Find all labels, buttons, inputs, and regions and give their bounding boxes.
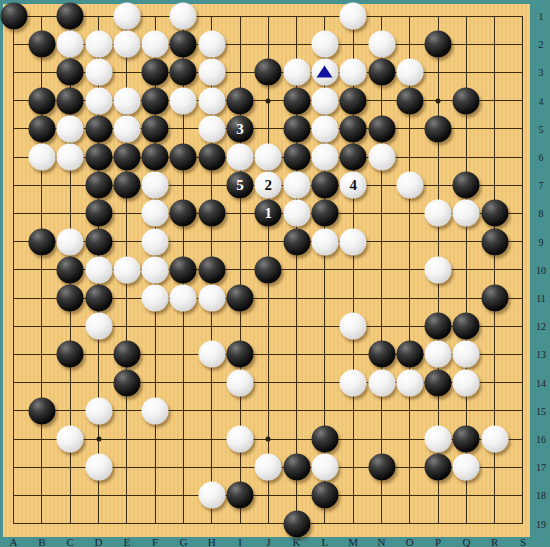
black-stone-O4[interactable] [396, 87, 423, 114]
black-stone-K5[interactable] [283, 115, 310, 142]
row-label-3: 3 [539, 67, 544, 78]
black-stone-J10[interactable] [255, 256, 282, 283]
white-stone-P8[interactable] [425, 200, 452, 227]
black-stone-G3[interactable] [170, 59, 197, 86]
black-stone-O13[interactable] [396, 341, 423, 368]
white-stone-M3[interactable] [340, 59, 367, 86]
white-stone-L9[interactable] [311, 228, 338, 255]
column-label-O: O [406, 536, 414, 547]
row-label-14: 14 [536, 377, 546, 388]
black-stone-I11[interactable] [227, 285, 254, 312]
black-stone-A1[interactable] [0, 3, 27, 30]
black-stone-I5[interactable]: 3 [227, 115, 254, 142]
black-stone-H6[interactable] [198, 144, 225, 171]
black-stone-N3[interactable] [368, 59, 395, 86]
black-stone-M6[interactable] [340, 144, 367, 171]
white-stone-N6[interactable] [368, 144, 395, 171]
white-stone-F2[interactable] [142, 31, 169, 58]
black-stone-B2[interactable] [28, 31, 55, 58]
black-stone-B9[interactable] [28, 228, 55, 255]
black-stone-P17[interactable] [425, 454, 452, 481]
black-stone-E6[interactable] [113, 144, 140, 171]
black-stone-K6[interactable] [283, 144, 310, 171]
black-stone-C3[interactable] [57, 59, 84, 86]
row-label-13: 13 [536, 349, 546, 360]
white-stone-H13[interactable] [198, 341, 225, 368]
black-stone-Q12[interactable] [453, 313, 480, 340]
column-label-D: D [95, 536, 103, 547]
black-stone-P14[interactable] [425, 369, 452, 396]
white-stone-G4[interactable] [170, 87, 197, 114]
move-number-3: 3 [236, 121, 244, 136]
white-stone-E1[interactable] [113, 3, 140, 30]
black-stone-D9[interactable] [85, 228, 112, 255]
white-stone-I6[interactable] [227, 144, 254, 171]
black-stone-Q4[interactable] [453, 87, 480, 114]
black-stone-E14[interactable] [113, 369, 140, 396]
white-stone-P13[interactable] [425, 341, 452, 368]
column-label-N: N [378, 536, 386, 547]
black-stone-B4[interactable] [28, 87, 55, 114]
column-label-L: L [322, 536, 329, 547]
black-stone-F5[interactable] [142, 115, 169, 142]
white-stone-K8[interactable] [283, 200, 310, 227]
column-label-S: S [520, 536, 526, 547]
star-point [266, 437, 271, 442]
black-stone-C10[interactable] [57, 256, 84, 283]
white-stone-K7[interactable] [283, 172, 310, 199]
row-label-2: 2 [539, 39, 544, 50]
move-number-4: 4 [349, 178, 357, 193]
black-stone-E7[interactable] [113, 172, 140, 199]
white-stone-R16[interactable] [481, 426, 508, 453]
row-label-4: 4 [539, 95, 544, 106]
black-stone-C1[interactable] [57, 3, 84, 30]
white-stone-L2[interactable] [311, 31, 338, 58]
white-stone-K3[interactable] [283, 59, 310, 86]
black-stone-D5[interactable] [85, 115, 112, 142]
black-stone-K19[interactable] [283, 510, 310, 537]
black-stone-L8[interactable] [311, 200, 338, 227]
black-stone-D7[interactable] [85, 172, 112, 199]
black-stone-Q16[interactable] [453, 426, 480, 453]
black-stone-I7[interactable]: 5 [227, 172, 254, 199]
white-stone-M9[interactable] [340, 228, 367, 255]
column-label-Q: Q [462, 536, 470, 547]
white-stone-E5[interactable] [113, 115, 140, 142]
white-stone-M12[interactable] [340, 313, 367, 340]
white-stone-L4[interactable] [311, 87, 338, 114]
triangle-marker-icon [317, 65, 333, 77]
row-label-15: 15 [536, 405, 546, 416]
column-label-E: E [123, 536, 130, 547]
white-stone-M1[interactable] [340, 3, 367, 30]
black-stone-K17[interactable] [283, 454, 310, 481]
column-label-P: P [435, 536, 441, 547]
black-stone-B15[interactable] [28, 397, 55, 424]
white-stone-D15[interactable] [85, 397, 112, 424]
white-stone-E2[interactable] [113, 31, 140, 58]
row-label-9: 9 [539, 236, 544, 247]
white-stone-C5[interactable] [57, 115, 84, 142]
black-stone-I13[interactable] [227, 341, 254, 368]
column-label-R: R [491, 536, 498, 547]
column-label-I: I [238, 536, 242, 547]
black-stone-M5[interactable] [340, 115, 367, 142]
black-stone-H10[interactable] [198, 256, 225, 283]
white-stone-J17[interactable] [255, 454, 282, 481]
white-stone-D12[interactable] [85, 313, 112, 340]
white-stone-J6[interactable] [255, 144, 282, 171]
white-stone-H18[interactable] [198, 482, 225, 509]
column-label-C: C [67, 536, 74, 547]
move-number-2: 2 [265, 178, 273, 193]
white-stone-D4[interactable] [85, 87, 112, 114]
white-stone-I16[interactable] [227, 426, 254, 453]
white-stone-C2[interactable] [57, 31, 84, 58]
white-stone-O3[interactable] [396, 59, 423, 86]
black-stone-B5[interactable] [28, 115, 55, 142]
white-stone-F11[interactable] [142, 285, 169, 312]
white-stone-G1[interactable] [170, 3, 197, 30]
column-label-J: J [266, 536, 270, 547]
column-label-H: H [208, 536, 216, 547]
black-stone-G6[interactable] [170, 144, 197, 171]
white-stone-H4[interactable] [198, 87, 225, 114]
row-label-16: 16 [536, 434, 546, 445]
white-stone-H11[interactable] [198, 285, 225, 312]
black-stone-C13[interactable] [57, 341, 84, 368]
white-stone-L17[interactable] [311, 454, 338, 481]
black-stone-I4[interactable] [227, 87, 254, 114]
black-stone-R8[interactable] [481, 200, 508, 227]
black-stone-G8[interactable] [170, 200, 197, 227]
white-stone-Q8[interactable] [453, 200, 480, 227]
star-point [266, 98, 271, 103]
white-stone-N14[interactable] [368, 369, 395, 396]
black-stone-F3[interactable] [142, 59, 169, 86]
white-stone-O14[interactable] [396, 369, 423, 396]
white-stone-P10[interactable] [425, 256, 452, 283]
row-label-6: 6 [539, 152, 544, 163]
black-stone-G10[interactable] [170, 256, 197, 283]
white-stone-H2[interactable] [198, 31, 225, 58]
white-stone-H5[interactable] [198, 115, 225, 142]
row-label-1: 1 [539, 11, 544, 22]
white-stone-I14[interactable] [227, 369, 254, 396]
white-stone-B6[interactable] [28, 144, 55, 171]
star-point [436, 98, 441, 103]
black-stone-F4[interactable] [142, 87, 169, 114]
row-label-12: 12 [536, 321, 546, 332]
column-label-A: A [10, 536, 18, 547]
row-label-19: 19 [536, 518, 546, 529]
white-stone-N2[interactable] [368, 31, 395, 58]
white-stone-Q17[interactable] [453, 454, 480, 481]
black-stone-J8[interactable]: 1 [255, 200, 282, 227]
black-stone-R9[interactable] [481, 228, 508, 255]
black-stone-N17[interactable] [368, 454, 395, 481]
white-stone-F10[interactable] [142, 256, 169, 283]
white-stone-D2[interactable] [85, 31, 112, 58]
black-stone-L16[interactable] [311, 426, 338, 453]
black-stone-E13[interactable] [113, 341, 140, 368]
row-label-17: 17 [536, 462, 546, 473]
black-stone-D11[interactable] [85, 285, 112, 312]
white-stone-P16[interactable] [425, 426, 452, 453]
row-label-10: 10 [536, 264, 546, 275]
row-label-11: 11 [536, 293, 546, 304]
black-stone-D8[interactable] [85, 200, 112, 227]
black-stone-C4[interactable] [57, 87, 84, 114]
white-stone-C16[interactable] [57, 426, 84, 453]
black-stone-M4[interactable] [340, 87, 367, 114]
column-label-F: F [152, 536, 158, 547]
row-label-7: 7 [539, 180, 544, 191]
column-label-M: M [348, 536, 358, 547]
white-stone-L6[interactable] [311, 144, 338, 171]
white-stone-C6[interactable] [57, 144, 84, 171]
row-label-5: 5 [539, 123, 544, 134]
white-stone-Q13[interactable] [453, 341, 480, 368]
black-stone-L18[interactable] [311, 482, 338, 509]
go-board-app: 35241 ABCDEFGHIJKLMNOPQRS123456789101112… [0, 0, 550, 547]
white-stone-F7[interactable] [142, 172, 169, 199]
black-stone-D6[interactable] [85, 144, 112, 171]
white-stone-E10[interactable] [113, 256, 140, 283]
white-stone-O7[interactable] [396, 172, 423, 199]
white-stone-C9[interactable] [57, 228, 84, 255]
black-stone-P5[interactable] [425, 115, 452, 142]
black-stone-N13[interactable] [368, 341, 395, 368]
black-stone-N5[interactable] [368, 115, 395, 142]
black-stone-Q7[interactable] [453, 172, 480, 199]
black-stone-P12[interactable] [425, 313, 452, 340]
star-point [96, 437, 101, 442]
black-stone-G2[interactable] [170, 31, 197, 58]
black-stone-I18[interactable] [227, 482, 254, 509]
column-label-G: G [179, 536, 187, 547]
white-stone-E4[interactable] [113, 87, 140, 114]
white-stone-Q14[interactable] [453, 369, 480, 396]
black-stone-L7[interactable] [311, 172, 338, 199]
column-label-K: K [293, 536, 301, 547]
white-stone-H3[interactable] [198, 59, 225, 86]
move-number-5: 5 [236, 178, 244, 193]
white-stone-D3[interactable] [85, 59, 112, 86]
white-stone-D17[interactable] [85, 454, 112, 481]
black-stone-F6[interactable] [142, 144, 169, 171]
column-label-B: B [38, 536, 45, 547]
white-stone-F15[interactable] [142, 397, 169, 424]
white-stone-F9[interactable] [142, 228, 169, 255]
black-stone-C11[interactable] [57, 285, 84, 312]
white-stone-M14[interactable] [340, 369, 367, 396]
white-stone-J7[interactable]: 2 [255, 172, 282, 199]
white-stone-M7[interactable]: 4 [340, 172, 367, 199]
row-label-8: 8 [539, 208, 544, 219]
row-label-18: 18 [536, 490, 546, 501]
white-stone-G11[interactable] [170, 285, 197, 312]
black-stone-K9[interactable] [283, 228, 310, 255]
white-stone-D10[interactable] [85, 256, 112, 283]
black-stone-H8[interactable] [198, 200, 225, 227]
black-stone-R11[interactable] [481, 285, 508, 312]
black-stone-J3[interactable] [255, 59, 282, 86]
white-stone-L3[interactable] [311, 59, 338, 86]
black-stone-P2[interactable] [425, 31, 452, 58]
white-stone-L5[interactable] [311, 115, 338, 142]
black-stone-K4[interactable] [283, 87, 310, 114]
white-stone-F8[interactable] [142, 200, 169, 227]
move-number-1: 1 [265, 206, 273, 221]
